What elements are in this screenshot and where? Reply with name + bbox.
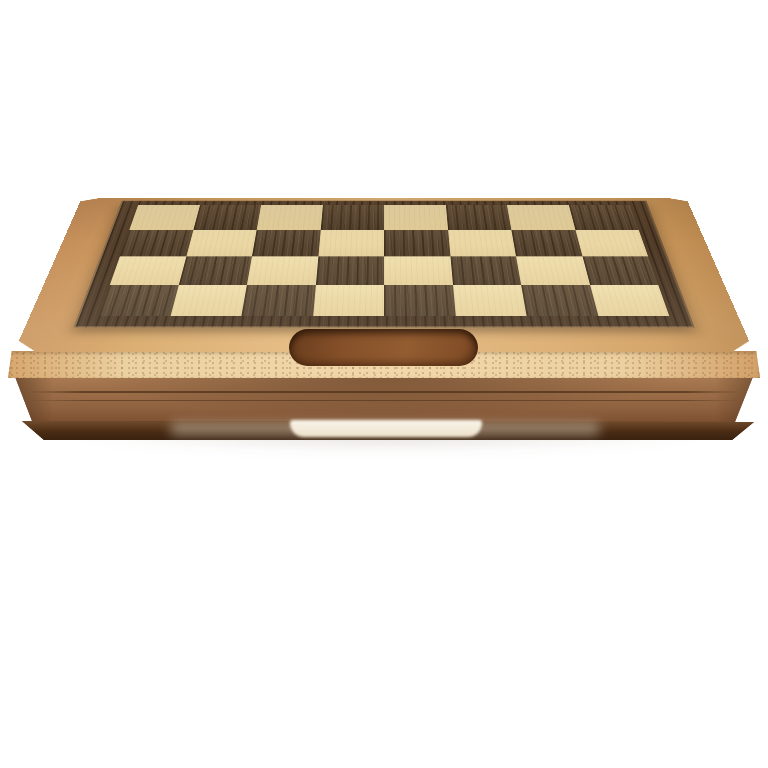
board-square: [318, 230, 384, 257]
board-square: [315, 256, 384, 285]
product-photo: [0, 0, 768, 768]
board-square: [129, 205, 199, 230]
board-square: [511, 230, 582, 257]
board-square: [170, 285, 247, 316]
chess-board: [99, 205, 669, 316]
hinge-seam-line: [27, 391, 741, 393]
board-square: [590, 285, 669, 316]
board-square: [257, 205, 323, 230]
board-square: [384, 205, 448, 230]
board-square: [445, 205, 511, 230]
board-square: [99, 285, 178, 316]
board-square: [384, 285, 455, 316]
board-square: [186, 230, 257, 257]
board-square: [110, 256, 186, 285]
board-square: [384, 230, 450, 257]
board-square: [178, 256, 252, 285]
hinge-seam-line: [27, 400, 741, 401]
board-square: [320, 205, 384, 230]
board-square: [193, 205, 261, 230]
wenge-border-panel: [73, 201, 694, 328]
board-square: [384, 256, 453, 285]
board-square: [252, 230, 320, 257]
board-square: [507, 205, 575, 230]
finger-notch-handle: [289, 329, 478, 366]
board-square: [241, 285, 315, 316]
board-square: [450, 256, 521, 285]
board-square: [582, 256, 658, 285]
board-square: [313, 285, 384, 316]
board-square: [516, 256, 590, 285]
board-square: [568, 205, 638, 230]
board-square: [521, 285, 598, 316]
board-square: [120, 230, 193, 257]
board-square: [448, 230, 516, 257]
board-square: [247, 256, 318, 285]
board-square: [575, 230, 648, 257]
board-square: [453, 285, 527, 316]
under-case-light-glow: [290, 420, 482, 437]
